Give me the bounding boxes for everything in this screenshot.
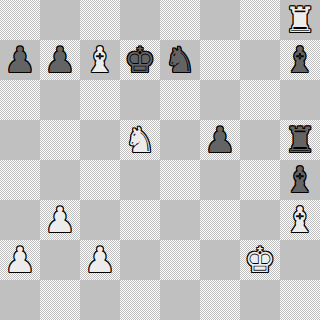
piece-black-knight-e7[interactable]: ♞ (164, 43, 195, 78)
piece-white-king-g2[interactable]: ♚ (244, 243, 275, 278)
square-g7[interactable] (240, 40, 280, 80)
square-h6[interactable] (280, 80, 320, 120)
square-h3[interactable]: ♝ (280, 200, 320, 240)
piece-white-pawn-c2[interactable]: ♟ (84, 243, 115, 278)
square-g8[interactable] (240, 0, 280, 40)
square-d5[interactable]: ♞ (120, 120, 160, 160)
piece-black-bishop-h7[interactable]: ♝ (284, 43, 315, 78)
square-g2[interactable]: ♚ (240, 240, 280, 280)
square-c2[interactable]: ♟ (80, 240, 120, 280)
square-c8[interactable] (80, 0, 120, 40)
square-e3[interactable] (160, 200, 200, 240)
square-g5[interactable] (240, 120, 280, 160)
square-a7[interactable]: ♟ (0, 40, 40, 80)
square-c5[interactable] (80, 120, 120, 160)
square-e6[interactable] (160, 80, 200, 120)
square-b7[interactable]: ♟ (40, 40, 80, 80)
square-a4[interactable] (0, 160, 40, 200)
piece-white-pawn-a2[interactable]: ♟ (4, 243, 35, 278)
piece-black-pawn-a7[interactable]: ♟ (4, 43, 35, 78)
chess-board: ♜♟♟♝♚♞♝♞♟♜♝♟♝♟♟♚ (0, 0, 320, 320)
square-h1[interactable] (280, 280, 320, 320)
square-b5[interactable] (40, 120, 80, 160)
piece-black-rook-h5[interactable]: ♜ (284, 123, 315, 158)
square-e7[interactable]: ♞ (160, 40, 200, 80)
square-f4[interactable] (200, 160, 240, 200)
piece-black-pawn-b7[interactable]: ♟ (44, 43, 75, 78)
square-h8[interactable]: ♜ (280, 0, 320, 40)
piece-black-bishop-h4[interactable]: ♝ (284, 163, 315, 198)
square-h7[interactable]: ♝ (280, 40, 320, 80)
square-h4[interactable]: ♝ (280, 160, 320, 200)
square-f3[interactable] (200, 200, 240, 240)
square-d2[interactable] (120, 240, 160, 280)
piece-white-bishop-h3[interactable]: ♝ (284, 203, 315, 238)
square-c7[interactable]: ♝ (80, 40, 120, 80)
square-d7[interactable]: ♚ (120, 40, 160, 80)
square-b8[interactable] (40, 0, 80, 40)
square-a5[interactable] (0, 120, 40, 160)
square-d3[interactable] (120, 200, 160, 240)
square-e2[interactable] (160, 240, 200, 280)
square-f2[interactable] (200, 240, 240, 280)
square-c3[interactable] (80, 200, 120, 240)
square-b6[interactable] (40, 80, 80, 120)
square-d6[interactable] (120, 80, 160, 120)
square-c4[interactable] (80, 160, 120, 200)
square-f8[interactable] (200, 0, 240, 40)
piece-black-pawn-f5[interactable]: ♟ (204, 123, 235, 158)
square-a1[interactable] (0, 280, 40, 320)
square-c1[interactable] (80, 280, 120, 320)
square-h5[interactable]: ♜ (280, 120, 320, 160)
piece-white-knight-d5[interactable]: ♞ (124, 123, 155, 158)
piece-white-bishop-c7[interactable]: ♝ (84, 43, 115, 78)
square-b3[interactable]: ♟ (40, 200, 80, 240)
square-f7[interactable] (200, 40, 240, 80)
square-e4[interactable] (160, 160, 200, 200)
square-h2[interactable] (280, 240, 320, 280)
square-c6[interactable] (80, 80, 120, 120)
square-d1[interactable] (120, 280, 160, 320)
square-e1[interactable] (160, 280, 200, 320)
square-g4[interactable] (240, 160, 280, 200)
square-e8[interactable] (160, 0, 200, 40)
square-b2[interactable] (40, 240, 80, 280)
square-b4[interactable] (40, 160, 80, 200)
square-a8[interactable] (0, 0, 40, 40)
square-d8[interactable] (120, 0, 160, 40)
square-f5[interactable]: ♟ (200, 120, 240, 160)
square-f1[interactable] (200, 280, 240, 320)
square-b1[interactable] (40, 280, 80, 320)
square-a3[interactable] (0, 200, 40, 240)
square-f6[interactable] (200, 80, 240, 120)
square-g3[interactable] (240, 200, 280, 240)
square-e5[interactable] (160, 120, 200, 160)
piece-black-king-d7[interactable]: ♚ (124, 43, 155, 78)
square-d4[interactable] (120, 160, 160, 200)
square-a6[interactable] (0, 80, 40, 120)
piece-white-pawn-b3[interactable]: ♟ (44, 203, 75, 238)
piece-white-rook-h8[interactable]: ♜ (284, 3, 315, 38)
square-a2[interactable]: ♟ (0, 240, 40, 280)
square-g6[interactable] (240, 80, 280, 120)
square-g1[interactable] (240, 280, 280, 320)
